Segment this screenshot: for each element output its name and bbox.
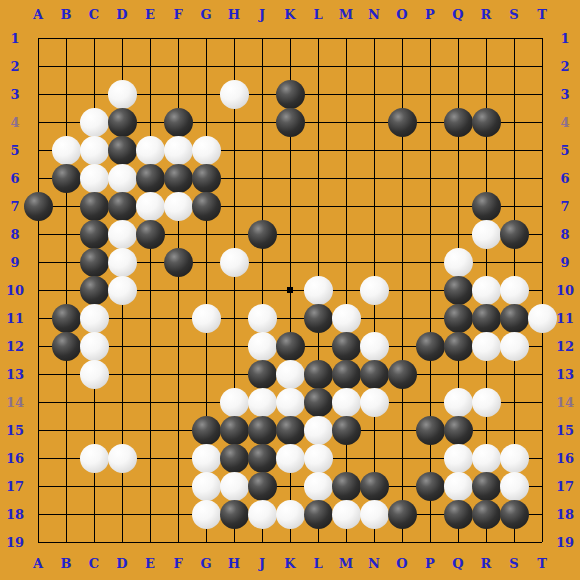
stone-black[interactable] bbox=[472, 500, 501, 529]
stone-white[interactable] bbox=[80, 332, 109, 361]
stone-white[interactable] bbox=[500, 276, 529, 305]
stone-white[interactable] bbox=[108, 80, 137, 109]
stone-black[interactable] bbox=[276, 80, 305, 109]
stone-white[interactable] bbox=[164, 136, 193, 165]
stone-black[interactable] bbox=[444, 416, 473, 445]
stone-black[interactable] bbox=[388, 500, 417, 529]
stone-white[interactable] bbox=[360, 276, 389, 305]
stone-white[interactable] bbox=[332, 388, 361, 417]
stone-black[interactable] bbox=[500, 500, 529, 529]
coord-label-left-7: 7 bbox=[10, 199, 19, 214]
coord-label-left-1: 1 bbox=[10, 31, 19, 46]
coord-label-left-19: 19 bbox=[6, 535, 24, 550]
coord-label-left-18: 18 bbox=[6, 507, 24, 522]
stone-white[interactable] bbox=[472, 444, 501, 473]
coord-label-top-M: M bbox=[339, 7, 353, 22]
stone-black[interactable] bbox=[24, 192, 53, 221]
stone-black[interactable] bbox=[444, 332, 473, 361]
stone-black[interactable] bbox=[108, 192, 137, 221]
stone-white[interactable] bbox=[80, 304, 109, 333]
stone-white[interactable] bbox=[220, 248, 249, 277]
stone-white[interactable] bbox=[136, 192, 165, 221]
coord-label-right-4: 4 bbox=[560, 115, 569, 130]
coord-label-right-8: 8 bbox=[560, 227, 569, 242]
coord-label-left-5: 5 bbox=[10, 143, 19, 158]
stone-black[interactable] bbox=[248, 220, 277, 249]
coord-label-bottom-R: R bbox=[481, 556, 492, 571]
stone-black[interactable] bbox=[304, 360, 333, 389]
coord-label-top-E: E bbox=[145, 7, 155, 22]
coord-label-bottom-K: K bbox=[284, 556, 295, 571]
stone-white[interactable] bbox=[248, 388, 277, 417]
stone-white[interactable] bbox=[304, 416, 333, 445]
stone-black[interactable] bbox=[80, 248, 109, 277]
coord-label-top-A: A bbox=[33, 7, 43, 22]
coord-label-right-16: 16 bbox=[556, 451, 574, 466]
stone-black[interactable] bbox=[108, 136, 137, 165]
stone-black[interactable] bbox=[248, 360, 277, 389]
coord-label-top-R: R bbox=[481, 7, 492, 22]
stone-black[interactable] bbox=[192, 416, 221, 445]
stone-black[interactable] bbox=[52, 304, 81, 333]
stone-white[interactable] bbox=[360, 388, 389, 417]
coord-label-bottom-D: D bbox=[116, 556, 127, 571]
stone-white[interactable] bbox=[108, 220, 137, 249]
stone-black[interactable] bbox=[360, 360, 389, 389]
stone-black[interactable] bbox=[472, 192, 501, 221]
coord-label-left-13: 13 bbox=[6, 367, 24, 382]
stone-black[interactable] bbox=[248, 416, 277, 445]
stone-black[interactable] bbox=[220, 444, 249, 473]
stone-black[interactable] bbox=[220, 416, 249, 445]
stone-white[interactable] bbox=[220, 472, 249, 501]
stone-white[interactable] bbox=[276, 444, 305, 473]
coord-label-top-T: T bbox=[537, 7, 547, 22]
stone-black[interactable] bbox=[444, 276, 473, 305]
coord-label-left-15: 15 bbox=[6, 423, 24, 438]
coord-label-left-9: 9 bbox=[10, 255, 19, 270]
coord-label-left-17: 17 bbox=[6, 479, 24, 494]
stone-white[interactable] bbox=[360, 332, 389, 361]
coord-label-top-Q: Q bbox=[452, 7, 463, 22]
coord-label-bottom-H: H bbox=[228, 556, 240, 571]
stone-white[interactable] bbox=[472, 388, 501, 417]
coord-label-left-10: 10 bbox=[6, 283, 24, 298]
coord-label-bottom-L: L bbox=[313, 556, 322, 571]
coord-label-bottom-C: C bbox=[89, 556, 99, 571]
stone-white[interactable] bbox=[108, 248, 137, 277]
coord-label-top-F: F bbox=[173, 7, 182, 22]
stone-white[interactable] bbox=[248, 304, 277, 333]
coord-label-right-6: 6 bbox=[560, 171, 569, 186]
stone-white[interactable] bbox=[80, 444, 109, 473]
coord-label-bottom-P: P bbox=[425, 556, 435, 571]
stone-white[interactable] bbox=[108, 164, 137, 193]
coord-label-bottom-J: J bbox=[259, 556, 265, 571]
stone-white[interactable] bbox=[164, 192, 193, 221]
stone-white[interactable] bbox=[332, 500, 361, 529]
coord-label-right-17: 17 bbox=[556, 479, 574, 494]
stone-white[interactable] bbox=[500, 332, 529, 361]
coord-label-right-9: 9 bbox=[560, 255, 569, 270]
stone-white[interactable] bbox=[80, 108, 109, 137]
coord-label-top-K: K bbox=[284, 7, 295, 22]
stone-black[interactable] bbox=[500, 304, 529, 333]
coord-label-bottom-O: O bbox=[396, 556, 407, 571]
coord-label-right-7: 7 bbox=[560, 199, 569, 214]
stone-white[interactable] bbox=[108, 276, 137, 305]
stone-white[interactable] bbox=[192, 444, 221, 473]
stone-black[interactable] bbox=[416, 332, 445, 361]
stone-white[interactable] bbox=[192, 304, 221, 333]
coord-label-bottom-E: E bbox=[145, 556, 155, 571]
stone-white[interactable] bbox=[444, 444, 473, 473]
stone-white[interactable] bbox=[528, 304, 557, 333]
coord-label-top-J: J bbox=[259, 7, 265, 22]
stone-black[interactable] bbox=[304, 500, 333, 529]
coord-label-left-8: 8 bbox=[10, 227, 19, 242]
stone-white[interactable] bbox=[276, 388, 305, 417]
stone-white[interactable] bbox=[444, 472, 473, 501]
stone-black[interactable] bbox=[136, 220, 165, 249]
stone-white[interactable] bbox=[108, 444, 137, 473]
stone-white[interactable] bbox=[276, 360, 305, 389]
stone-black[interactable] bbox=[248, 472, 277, 501]
stone-white[interactable] bbox=[220, 388, 249, 417]
coord-label-bottom-N: N bbox=[368, 556, 380, 571]
stone-white[interactable] bbox=[304, 444, 333, 473]
coord-label-left-12: 12 bbox=[6, 339, 24, 354]
coord-label-right-15: 15 bbox=[556, 423, 574, 438]
stone-black[interactable] bbox=[80, 276, 109, 305]
stone-white[interactable] bbox=[80, 136, 109, 165]
stone-black[interactable] bbox=[332, 472, 361, 501]
coord-label-right-10: 10 bbox=[556, 283, 574, 298]
stone-black[interactable] bbox=[472, 472, 501, 501]
go-board[interactable]: AABBCCDDEEFFGGHHJJKKLLMMNNOOPPQQRRSSTT11… bbox=[0, 0, 580, 580]
coord-label-top-D: D bbox=[116, 7, 127, 22]
coord-label-top-O: O bbox=[396, 7, 407, 22]
stone-white[interactable] bbox=[304, 472, 333, 501]
stone-black[interactable] bbox=[80, 192, 109, 221]
coord-label-right-12: 12 bbox=[556, 339, 574, 354]
stone-black[interactable] bbox=[444, 108, 473, 137]
stone-black[interactable] bbox=[332, 416, 361, 445]
stone-black[interactable] bbox=[136, 164, 165, 193]
stone-black[interactable] bbox=[276, 416, 305, 445]
coord-label-bottom-G: G bbox=[200, 556, 211, 571]
coord-label-left-14: 14 bbox=[6, 395, 24, 410]
stone-black[interactable] bbox=[164, 248, 193, 277]
stone-white[interactable] bbox=[304, 276, 333, 305]
stone-white[interactable] bbox=[360, 500, 389, 529]
stone-black[interactable] bbox=[332, 360, 361, 389]
stone-black[interactable] bbox=[444, 304, 473, 333]
stone-white[interactable] bbox=[444, 248, 473, 277]
stone-white[interactable] bbox=[80, 360, 109, 389]
stone-white[interactable] bbox=[52, 136, 81, 165]
stone-white[interactable] bbox=[248, 500, 277, 529]
stone-black[interactable] bbox=[276, 108, 305, 137]
stone-black[interactable] bbox=[192, 192, 221, 221]
coord-label-bottom-F: F bbox=[173, 556, 182, 571]
stone-white[interactable] bbox=[500, 472, 529, 501]
coord-label-top-C: C bbox=[89, 7, 99, 22]
stone-white[interactable] bbox=[472, 332, 501, 361]
stone-black[interactable] bbox=[52, 332, 81, 361]
stone-white[interactable] bbox=[220, 80, 249, 109]
stone-black[interactable] bbox=[248, 444, 277, 473]
stone-white[interactable] bbox=[472, 276, 501, 305]
stone-black[interactable] bbox=[444, 500, 473, 529]
stone-white[interactable] bbox=[192, 472, 221, 501]
stone-black[interactable] bbox=[52, 164, 81, 193]
coord-label-top-N: N bbox=[368, 7, 380, 22]
stone-black[interactable] bbox=[416, 472, 445, 501]
stone-white[interactable] bbox=[192, 500, 221, 529]
stone-white[interactable] bbox=[192, 136, 221, 165]
stone-black[interactable] bbox=[388, 360, 417, 389]
stone-white[interactable] bbox=[276, 500, 305, 529]
stone-black[interactable] bbox=[80, 220, 109, 249]
stone-white[interactable] bbox=[500, 444, 529, 473]
coord-label-top-S: S bbox=[509, 7, 518, 22]
stone-black[interactable] bbox=[472, 304, 501, 333]
coord-label-top-B: B bbox=[61, 7, 72, 22]
stone-black[interactable] bbox=[304, 388, 333, 417]
coord-label-left-3: 3 bbox=[10, 87, 19, 102]
stone-black[interactable] bbox=[192, 164, 221, 193]
coord-label-left-11: 11 bbox=[6, 311, 24, 326]
coord-label-bottom-A: A bbox=[33, 556, 43, 571]
stone-black[interactable] bbox=[416, 416, 445, 445]
coord-label-top-P: P bbox=[425, 7, 435, 22]
star-point bbox=[287, 287, 294, 294]
coord-label-right-3: 3 bbox=[560, 87, 569, 102]
coord-label-bottom-M: M bbox=[339, 556, 353, 571]
coord-label-top-L: L bbox=[313, 7, 322, 22]
coord-label-bottom-Q: Q bbox=[452, 556, 463, 571]
coord-label-right-13: 13 bbox=[556, 367, 574, 382]
coord-label-right-11: 11 bbox=[556, 311, 574, 326]
coord-label-right-1: 1 bbox=[560, 31, 569, 46]
stone-black[interactable] bbox=[164, 108, 193, 137]
coord-label-left-4: 4 bbox=[10, 115, 19, 130]
coord-label-right-18: 18 bbox=[556, 507, 574, 522]
stone-black[interactable] bbox=[304, 304, 333, 333]
coord-label-left-16: 16 bbox=[6, 451, 24, 466]
stone-white[interactable] bbox=[248, 332, 277, 361]
stone-black[interactable] bbox=[332, 332, 361, 361]
stone-white[interactable] bbox=[80, 164, 109, 193]
stone-black[interactable] bbox=[220, 500, 249, 529]
coord-label-bottom-S: S bbox=[509, 556, 518, 571]
stone-black[interactable] bbox=[164, 164, 193, 193]
coord-label-left-2: 2 bbox=[10, 59, 19, 74]
stone-black[interactable] bbox=[276, 332, 305, 361]
coord-label-right-14: 14 bbox=[556, 395, 574, 410]
coord-label-right-5: 5 bbox=[560, 143, 569, 158]
coord-label-top-H: H bbox=[228, 7, 240, 22]
coord-label-left-6: 6 bbox=[10, 171, 19, 186]
stone-white[interactable] bbox=[472, 220, 501, 249]
stone-white[interactable] bbox=[444, 388, 473, 417]
coord-label-bottom-T: T bbox=[537, 556, 547, 571]
coord-label-right-2: 2 bbox=[560, 59, 569, 74]
coord-label-right-19: 19 bbox=[556, 535, 574, 550]
stone-white[interactable] bbox=[136, 136, 165, 165]
stone-black[interactable] bbox=[360, 472, 389, 501]
stone-black[interactable] bbox=[472, 108, 501, 137]
stone-black[interactable] bbox=[388, 108, 417, 137]
stone-black[interactable] bbox=[500, 220, 529, 249]
coord-label-bottom-B: B bbox=[61, 556, 72, 571]
stone-black[interactable] bbox=[108, 108, 137, 137]
stone-white[interactable] bbox=[332, 304, 361, 333]
coord-label-top-G: G bbox=[200, 7, 211, 22]
